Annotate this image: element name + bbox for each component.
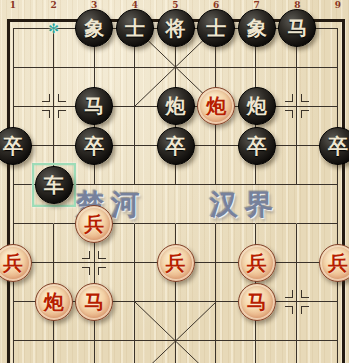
board-cell <box>216 341 256 363</box>
red-palace-diagonals <box>135 302 216 363</box>
board-cell <box>256 341 296 363</box>
board-cell <box>297 185 337 224</box>
board-cell <box>54 341 94 363</box>
point-marker <box>284 289 310 315</box>
piece-black-chariot[interactable]: 车 <box>35 166 73 204</box>
board-cell <box>14 341 54 363</box>
piece-black-horse[interactable]: 马 <box>278 9 316 47</box>
board-cell <box>297 341 337 363</box>
piece-red-horse[interactable]: 马 <box>238 283 276 321</box>
river-text-right: 汉界 <box>210 186 280 224</box>
piece-black-advisor[interactable]: 士 <box>116 9 154 47</box>
last-move-origin-marker: ✻ <box>48 22 59 35</box>
piece-black-elephant[interactable]: 象 <box>75 9 113 47</box>
piece-red-cannon[interactable]: 炮 <box>35 283 73 321</box>
point-marker <box>284 93 310 119</box>
piece-black-elephant[interactable]: 象 <box>238 9 276 47</box>
piece-black-soldier[interactable]: 卒 <box>319 127 349 165</box>
piece-black-cannon[interactable]: 炮 <box>157 87 195 125</box>
piece-black-horse[interactable]: 马 <box>75 87 113 125</box>
point-marker <box>41 93 67 119</box>
piece-black-soldier[interactable]: 卒 <box>157 127 195 165</box>
piece-black-advisor[interactable]: 士 <box>197 9 235 47</box>
piece-black-soldier[interactable]: 卒 <box>238 127 276 165</box>
piece-red-soldier[interactable]: 兵 <box>157 244 195 282</box>
piece-black-soldier[interactable]: 卒 <box>75 127 113 165</box>
piece-black-general[interactable]: 将 <box>157 9 195 47</box>
piece-red-horse[interactable]: 马 <box>75 283 113 321</box>
board-cell <box>95 341 135 363</box>
piece-red-soldier[interactable]: 兵 <box>75 205 113 243</box>
point-marker <box>81 250 107 276</box>
piece-black-cannon[interactable]: 炮 <box>238 87 276 125</box>
piece-red-soldier[interactable]: 兵 <box>238 244 276 282</box>
xiangqi-board[interactable]: 123456789 楚河 汉界 象士将士象马马炮炮炮卒卒卒卒卒车兵兵兵兵兵炮马马… <box>0 0 349 363</box>
column-label: 2 <box>50 0 56 10</box>
piece-red-cannon[interactable]: 炮 <box>197 87 235 125</box>
column-label: 9 <box>335 0 341 10</box>
column-label: 1 <box>10 0 16 10</box>
piece-red-soldier[interactable]: 兵 <box>319 244 349 282</box>
